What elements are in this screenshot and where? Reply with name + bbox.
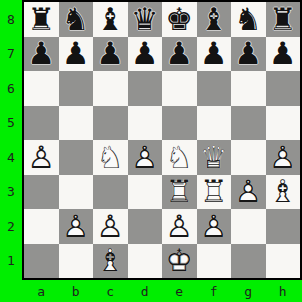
square-c8[interactable]: ♝: [93, 2, 128, 37]
square-g1[interactable]: [231, 244, 266, 279]
white-king-piece[interactable]: ♔: [162, 244, 197, 279]
square-f3[interactable]: ♜♖: [197, 175, 232, 210]
square-e1[interactable]: ♚♔: [162, 244, 197, 279]
square-d7[interactable]: ♟: [128, 37, 163, 72]
square-g5[interactable]: [231, 106, 266, 141]
square-h8[interactable]: ♜: [266, 2, 301, 37]
black-king-piece[interactable]: ♚: [162, 2, 197, 37]
white-pawn-piece[interactable]: ♙: [231, 175, 266, 210]
square-e8[interactable]: ♚: [162, 2, 197, 37]
square-b4[interactable]: [59, 140, 94, 175]
square-a7[interactable]: ♟: [24, 37, 59, 72]
file-label-g: g: [231, 280, 266, 302]
file-label-b: b: [59, 280, 94, 302]
square-b5[interactable]: [59, 106, 94, 141]
black-pawn-piece[interactable]: ♟: [266, 37, 301, 72]
rank-label-5: 5: [0, 106, 22, 141]
white-pawn-piece[interactable]: ♙: [162, 209, 197, 244]
white-knight-piece[interactable]: ♘: [93, 140, 128, 175]
square-a8[interactable]: ♜: [24, 2, 59, 37]
white-pawn-piece[interactable]: ♙: [93, 209, 128, 244]
chess-diagram: 87654321 ♜♞♝♛♚♝♞♜♟♟♟♟♟♟♟♟♟♙♞♘♟♙♞♘♛♕♟♙♜♖♜…: [0, 0, 302, 302]
square-c6[interactable]: [93, 71, 128, 106]
square-h1[interactable]: [266, 244, 301, 279]
square-c3[interactable]: [93, 175, 128, 210]
square-h3[interactable]: ♝♗: [266, 175, 301, 210]
square-b2[interactable]: ♟♙: [59, 209, 94, 244]
square-d1[interactable]: [128, 244, 163, 279]
rank-label-7: 7: [0, 37, 22, 72]
square-a4[interactable]: ♟♙: [24, 140, 59, 175]
square-h7[interactable]: ♟: [266, 37, 301, 72]
square-e6[interactable]: [162, 71, 197, 106]
file-label-h: h: [266, 280, 301, 302]
black-pawn-piece[interactable]: ♟: [197, 37, 232, 72]
black-rook-piece[interactable]: ♜: [24, 2, 59, 37]
white-queen-piece[interactable]: ♕: [197, 140, 232, 175]
square-a2[interactable]: [24, 209, 59, 244]
black-pawn-piece[interactable]: ♟: [59, 37, 94, 72]
square-g3[interactable]: ♟♙: [231, 175, 266, 210]
square-h2[interactable]: [266, 209, 301, 244]
square-b8[interactable]: ♞: [59, 2, 94, 37]
square-c1[interactable]: ♝♗: [93, 244, 128, 279]
square-d6[interactable]: [128, 71, 163, 106]
white-pawn-piece[interactable]: ♙: [128, 140, 163, 175]
black-bishop-piece[interactable]: ♝: [197, 2, 232, 37]
square-a1[interactable]: [24, 244, 59, 279]
white-bishop-piece[interactable]: ♗: [266, 175, 301, 210]
square-f8[interactable]: ♝: [197, 2, 232, 37]
black-bishop-piece[interactable]: ♝: [93, 2, 128, 37]
black-rook-piece[interactable]: ♜: [266, 2, 301, 37]
square-d3[interactable]: [128, 175, 163, 210]
square-c4[interactable]: ♞♘: [93, 140, 128, 175]
square-f5[interactable]: [197, 106, 232, 141]
square-d2[interactable]: [128, 209, 163, 244]
square-g8[interactable]: ♞: [231, 2, 266, 37]
square-a3[interactable]: [24, 175, 59, 210]
black-pawn-piece[interactable]: ♟: [24, 37, 59, 72]
square-b3[interactable]: [59, 175, 94, 210]
square-f2[interactable]: ♟♙: [197, 209, 232, 244]
square-d5[interactable]: [128, 106, 163, 141]
square-d8[interactable]: ♛: [128, 2, 163, 37]
white-pawn-piece[interactable]: ♙: [266, 140, 301, 175]
black-pawn-piece[interactable]: ♟: [162, 37, 197, 72]
white-pawn-piece[interactable]: ♙: [59, 209, 94, 244]
white-pawn-piece[interactable]: ♙: [24, 140, 59, 175]
rank-label-4: 4: [0, 140, 22, 175]
white-rook-piece[interactable]: ♖: [197, 175, 232, 210]
rank-label-8: 8: [0, 2, 22, 37]
black-pawn-piece[interactable]: ♟: [93, 37, 128, 72]
white-pawn-piece[interactable]: ♙: [197, 209, 232, 244]
square-e5[interactable]: [162, 106, 197, 141]
file-label-d: d: [128, 280, 163, 302]
square-a6[interactable]: [24, 71, 59, 106]
square-b7[interactable]: ♟: [59, 37, 94, 72]
white-knight-piece[interactable]: ♘: [162, 140, 197, 175]
file-label-c: c: [93, 280, 128, 302]
square-g2[interactable]: [231, 209, 266, 244]
square-h5[interactable]: [266, 106, 301, 141]
square-e2[interactable]: ♟♙: [162, 209, 197, 244]
black-queen-piece[interactable]: ♛: [128, 2, 163, 37]
rank-label-1: 1: [0, 244, 22, 279]
white-bishop-piece[interactable]: ♗: [93, 244, 128, 279]
file-label-f: f: [197, 280, 232, 302]
square-f1[interactable]: [197, 244, 232, 279]
square-d4[interactable]: ♟♙: [128, 140, 163, 175]
rank-label-6: 6: [0, 71, 22, 106]
file-label-e: e: [162, 280, 197, 302]
square-g6[interactable]: [231, 71, 266, 106]
square-g7[interactable]: ♟: [231, 37, 266, 72]
rank-label-2: 2: [0, 209, 22, 244]
chess-board: ♜♞♝♛♚♝♞♜♟♟♟♟♟♟♟♟♟♙♞♘♟♙♞♘♛♕♟♙♜♖♜♖♟♙♝♗♟♙♟♙…: [22, 0, 302, 280]
square-e3[interactable]: ♜♖: [162, 175, 197, 210]
square-g4[interactable]: [231, 140, 266, 175]
black-pawn-piece[interactable]: ♟: [231, 37, 266, 72]
square-c5[interactable]: [93, 106, 128, 141]
square-b6[interactable]: [59, 71, 94, 106]
square-b1[interactable]: [59, 244, 94, 279]
square-e7[interactable]: ♟: [162, 37, 197, 72]
square-h6[interactable]: [266, 71, 301, 106]
square-f7[interactable]: ♟: [197, 37, 232, 72]
black-knight-piece[interactable]: ♞: [59, 2, 94, 37]
square-c7[interactable]: ♟: [93, 37, 128, 72]
black-pawn-piece[interactable]: ♟: [128, 37, 163, 72]
rank-label-3: 3: [0, 175, 22, 210]
square-e4[interactable]: ♞♘: [162, 140, 197, 175]
white-rook-piece[interactable]: ♖: [162, 175, 197, 210]
square-f4[interactable]: ♛♕: [197, 140, 232, 175]
square-c2[interactable]: ♟♙: [93, 209, 128, 244]
black-knight-piece[interactable]: ♞: [231, 2, 266, 37]
file-label-a: a: [24, 280, 59, 302]
square-h4[interactable]: ♟♙: [266, 140, 301, 175]
square-f6[interactable]: [197, 71, 232, 106]
square-a5[interactable]: [24, 106, 59, 141]
